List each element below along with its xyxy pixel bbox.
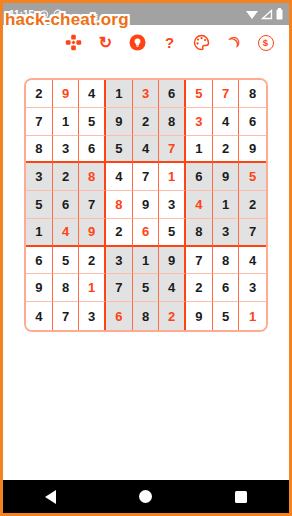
cell-r6c3[interactable]: 9 xyxy=(79,219,106,247)
cell-r9c7[interactable]: 9 xyxy=(186,302,213,330)
cell-r3c7[interactable]: 1 xyxy=(186,136,213,164)
cell-r6c1[interactable]: 1 xyxy=(26,219,53,247)
cell-r3c5[interactable]: 4 xyxy=(133,136,160,164)
cell-r7c5[interactable]: 1 xyxy=(133,247,160,275)
cell-r8c8[interactable]: 6 xyxy=(213,274,240,302)
cell-r1c3[interactable]: 4 xyxy=(79,80,106,108)
cell-r2c9[interactable]: 6 xyxy=(239,108,266,136)
cell-r4c1[interactable]: 3 xyxy=(26,163,53,191)
cell-r7c1[interactable]: 6 xyxy=(26,247,53,275)
cell-r6c4[interactable]: 2 xyxy=(106,219,133,247)
navigation-bar xyxy=(3,480,289,513)
cell-r9c5[interactable]: 8 xyxy=(133,302,160,330)
cell-r9c2[interactable]: 7 xyxy=(53,302,80,330)
cell-r6c2[interactable]: 4 xyxy=(53,219,80,247)
cell-r3c6[interactable]: 7 xyxy=(159,136,186,164)
cell-r2c1[interactable]: 7 xyxy=(26,108,53,136)
cell-r1c5[interactable]: 3 xyxy=(133,80,160,108)
cell-r9c1[interactable]: 4 xyxy=(26,302,53,330)
cell-r9c8[interactable]: 5 xyxy=(213,302,240,330)
cell-r1c1[interactable]: 2 xyxy=(26,80,53,108)
cell-r4c9[interactable]: 5 xyxy=(239,163,266,191)
cell-r1c2[interactable]: 9 xyxy=(53,80,80,108)
sudoku-board: 2941365787159283468365471293284716955678… xyxy=(24,78,268,332)
home-icon xyxy=(139,490,152,503)
watermark: hack-cheat.org xyxy=(5,10,129,30)
cell-r6c7[interactable]: 8 xyxy=(186,219,213,247)
recents-button[interactable] xyxy=(194,491,289,503)
cell-r2c7[interactable]: 3 xyxy=(186,108,213,136)
cell-r9c9[interactable]: 1 xyxy=(239,302,266,330)
cell-r9c6[interactable]: 2 xyxy=(159,302,186,330)
cell-r4c3[interactable]: 8 xyxy=(79,163,106,191)
app-screen: 11:15 hack-cheat.org xyxy=(0,0,292,516)
cell-r4c6[interactable]: 1 xyxy=(159,163,186,191)
cell-r8c1[interactable]: 9 xyxy=(26,274,53,302)
cell-r6c8[interactable]: 3 xyxy=(213,219,240,247)
cell-r5c6[interactable]: 3 xyxy=(159,191,186,219)
cell-r2c3[interactable]: 5 xyxy=(79,108,106,136)
cell-r6c9[interactable]: 7 xyxy=(239,219,266,247)
cell-r3c9[interactable]: 9 xyxy=(239,136,266,164)
restart-icon[interactable]: ↻ xyxy=(97,34,114,51)
cell-r2c4[interactable]: 9 xyxy=(106,108,133,136)
cell-r8c4[interactable]: 7 xyxy=(106,274,133,302)
battery-icon xyxy=(276,8,283,20)
cell-r3c4[interactable]: 5 xyxy=(106,136,133,164)
cell-r4c4[interactable]: 4 xyxy=(106,163,133,191)
cell-r3c3[interactable]: 6 xyxy=(79,136,106,164)
cell-r1c6[interactable]: 6 xyxy=(159,80,186,108)
cell-r8c9[interactable]: 3 xyxy=(239,274,266,302)
cell-r3c8[interactable]: 2 xyxy=(213,136,240,164)
cell-r4c5[interactable]: 7 xyxy=(133,163,160,191)
cell-r5c9[interactable]: 2 xyxy=(239,191,266,219)
cell-r8c6[interactable]: 4 xyxy=(159,274,186,302)
cell-r7c2[interactable]: 5 xyxy=(53,247,80,275)
cell-r4c8[interactable]: 9 xyxy=(213,163,240,191)
cell-r1c7[interactable]: 5 xyxy=(186,80,213,108)
game-controller-icon[interactable] xyxy=(65,34,82,51)
cell-r6c5[interactable]: 6 xyxy=(133,219,160,247)
cell-r5c8[interactable]: 1 xyxy=(213,191,240,219)
help-icon[interactable]: ? xyxy=(161,34,178,51)
cell-r5c1[interactable]: 5 xyxy=(26,191,53,219)
cell-r5c2[interactable]: 6 xyxy=(53,191,80,219)
home-button[interactable] xyxy=(98,490,193,503)
hint-icon[interactable] xyxy=(129,34,146,51)
donate-icon[interactable]: $ xyxy=(257,34,274,51)
cell-r2c8[interactable]: 4 xyxy=(213,108,240,136)
palette-icon[interactable] xyxy=(193,34,210,51)
dark-mode-icon[interactable]: ☽ xyxy=(221,30,245,54)
wifi-icon xyxy=(246,9,258,20)
cell-r6c6[interactable]: 5 xyxy=(159,219,186,247)
cell-r2c2[interactable]: 1 xyxy=(53,108,80,136)
cell-r2c5[interactable]: 2 xyxy=(133,108,160,136)
cell-r3c2[interactable]: 3 xyxy=(53,136,80,164)
signal-icon xyxy=(261,9,273,20)
back-button[interactable] xyxy=(3,490,98,504)
cell-r3c1[interactable]: 8 xyxy=(26,136,53,164)
recents-icon xyxy=(235,491,247,503)
cell-r5c3[interactable]: 7 xyxy=(79,191,106,219)
cell-r7c6[interactable]: 9 xyxy=(159,247,186,275)
cell-r7c9[interactable]: 4 xyxy=(239,247,266,275)
cell-r8c2[interactable]: 8 xyxy=(53,274,80,302)
cell-r9c3[interactable]: 3 xyxy=(79,302,106,330)
cell-r7c4[interactable]: 3 xyxy=(106,247,133,275)
cell-r4c7[interactable]: 6 xyxy=(186,163,213,191)
cell-r5c5[interactable]: 9 xyxy=(133,191,160,219)
cell-r8c5[interactable]: 5 xyxy=(133,274,160,302)
cell-r5c4[interactable]: 8 xyxy=(106,191,133,219)
toolbar: ↻ ? ☽ $ xyxy=(3,25,289,60)
cell-r1c4[interactable]: 1 xyxy=(106,80,133,108)
cell-r1c8[interactable]: 7 xyxy=(213,80,240,108)
cell-r8c7[interactable]: 2 xyxy=(186,274,213,302)
cell-r5c7[interactable]: 4 xyxy=(186,191,213,219)
cell-r7c8[interactable]: 8 xyxy=(213,247,240,275)
back-icon xyxy=(45,490,56,504)
cell-r7c3[interactable]: 2 xyxy=(79,247,106,275)
cell-r7c7[interactable]: 7 xyxy=(186,247,213,275)
cell-r9c4[interactable]: 6 xyxy=(106,302,133,330)
cell-r8c3[interactable]: 1 xyxy=(79,274,106,302)
cell-r1c9[interactable]: 8 xyxy=(239,80,266,108)
cell-r4c2[interactable]: 2 xyxy=(53,163,80,191)
cell-r2c6[interactable]: 8 xyxy=(159,108,186,136)
